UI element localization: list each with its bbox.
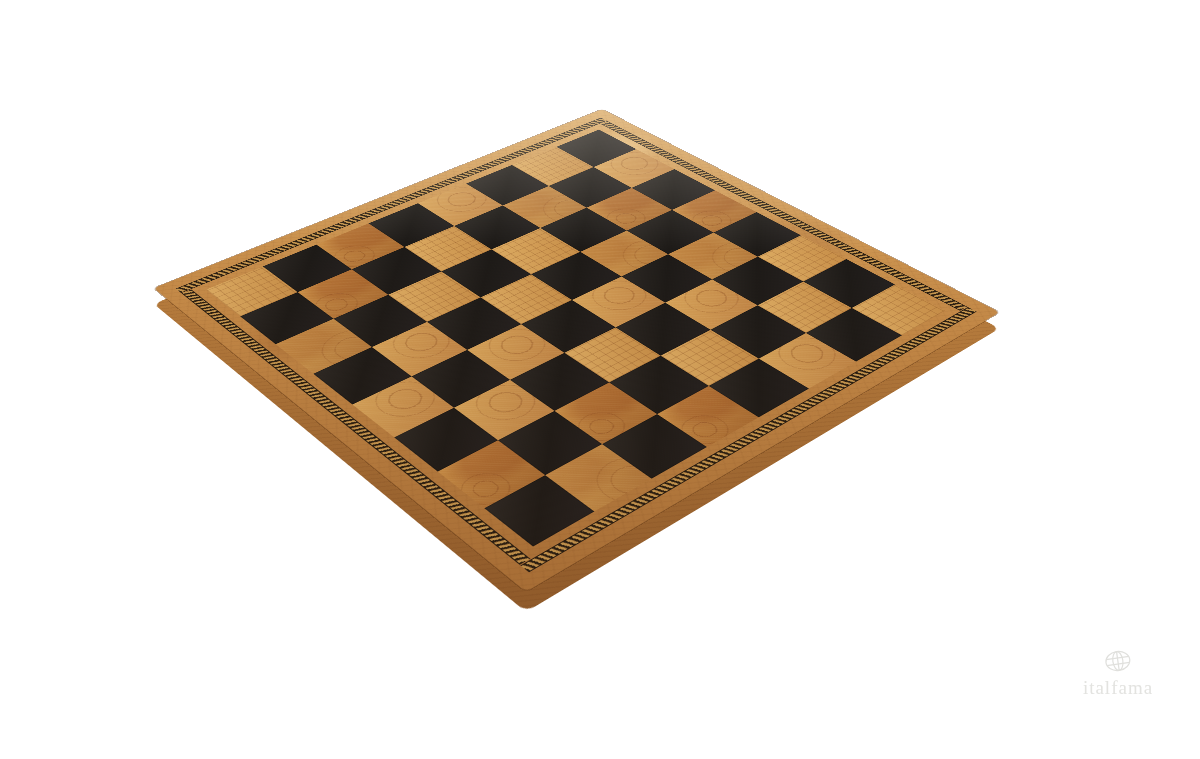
globe-logo-icon <box>1102 648 1134 676</box>
scene <box>0 0 1200 759</box>
watermark: italfama <box>1068 648 1168 698</box>
chessboard <box>154 109 1000 592</box>
page-background: { "game": "chess", "scene_description": … <box>0 0 1200 759</box>
watermark-text: italfama <box>1068 678 1168 698</box>
board-grid <box>206 130 945 547</box>
